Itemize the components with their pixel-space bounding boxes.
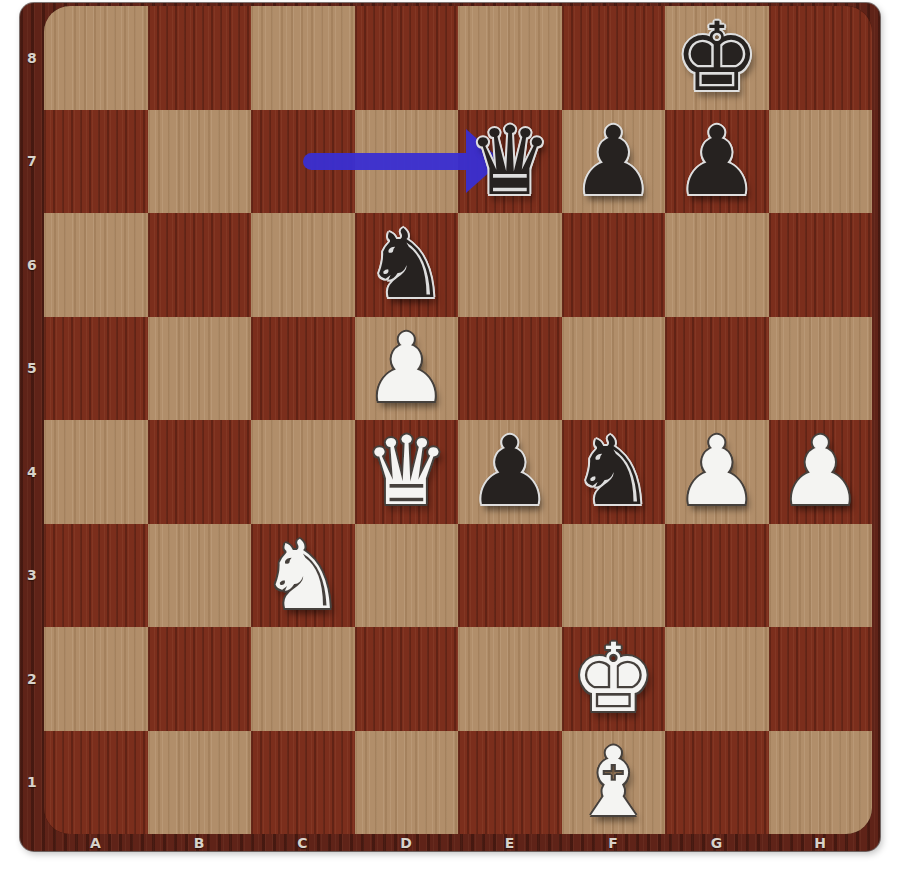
rank-label-8: 8 xyxy=(20,6,44,110)
piece-black-pawn-e4[interactable]: ♟ xyxy=(458,420,562,524)
piece-black-knight-f4[interactable]: ♞ xyxy=(562,420,666,524)
piece-black-queen-e7[interactable]: ♛ xyxy=(458,110,562,214)
file-label-e: E xyxy=(458,834,562,851)
rank-label-2: 2 xyxy=(20,627,44,731)
rank-label-4: 4 xyxy=(20,420,44,524)
piece-white-king-f2[interactable]: ♚ xyxy=(562,627,666,731)
pieces-layer: ♚♛♟♟♞♟♛♟♞♟♟♞♚♝ xyxy=(44,6,872,834)
rank-label-7: 7 xyxy=(20,110,44,214)
piece-white-pawn-d5[interactable]: ♟ xyxy=(355,317,459,421)
rank-label-6: 6 xyxy=(20,213,44,317)
piece-white-pawn-g4[interactable]: ♟ xyxy=(665,420,769,524)
piece-white-queen-d4[interactable]: ♛ xyxy=(355,420,459,524)
chess-board[interactable]: ♚♛♟♟♞♟♛♟♞♟♟♞♚♝ xyxy=(44,6,872,834)
piece-white-bishop-f1[interactable]: ♝ xyxy=(562,731,666,835)
file-label-h: H xyxy=(769,834,873,851)
file-labels: ABCDEFGH xyxy=(44,834,872,851)
file-label-a: A xyxy=(44,834,148,851)
rank-label-1: 1 xyxy=(20,731,44,835)
piece-white-pawn-h4[interactable]: ♟ xyxy=(769,420,873,524)
rank-label-3: 3 xyxy=(20,524,44,628)
piece-black-knight-d6[interactable]: ♞ xyxy=(355,213,459,317)
piece-white-knight-c3[interactable]: ♞ xyxy=(251,524,355,628)
file-label-f: F xyxy=(562,834,666,851)
piece-black-pawn-f7[interactable]: ♟ xyxy=(562,110,666,214)
chess-board-frame: 87654321 ABCDEFGH ♚♛♟♟♞♟♛♟♞♟♟♞♚♝ xyxy=(20,3,880,851)
file-label-b: B xyxy=(148,834,252,851)
piece-black-king-g8[interactable]: ♚ xyxy=(665,6,769,110)
rank-labels: 87654321 xyxy=(20,6,44,834)
file-label-g: G xyxy=(665,834,769,851)
rank-label-5: 5 xyxy=(20,317,44,421)
file-label-d: D xyxy=(355,834,459,851)
file-label-c: C xyxy=(251,834,355,851)
piece-black-pawn-g7[interactable]: ♟ xyxy=(665,110,769,214)
